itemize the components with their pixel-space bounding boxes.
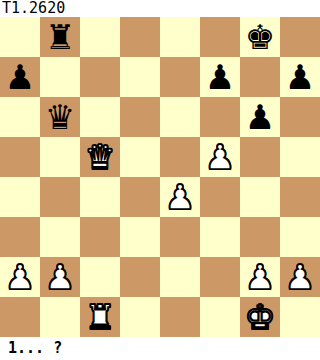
square-f4[interactable] bbox=[200, 177, 240, 217]
square-e1[interactable] bbox=[160, 297, 200, 337]
square-a2[interactable]: ♟ bbox=[0, 257, 40, 297]
chess-diagram-window: T1.2620 ♜♚♟♟♟♛♟♛♟♟♟♟♟♟♜♚ 1... ? bbox=[0, 0, 320, 360]
piece-white-pawn[interactable]: ♟ bbox=[45, 257, 75, 297]
piece-black-pawn[interactable]: ♟ bbox=[205, 57, 235, 97]
square-d1[interactable] bbox=[120, 297, 160, 337]
square-g6[interactable]: ♟ bbox=[240, 97, 280, 137]
square-g4[interactable] bbox=[240, 177, 280, 217]
piece-black-king[interactable]: ♚ bbox=[245, 17, 275, 57]
square-e6[interactable] bbox=[160, 97, 200, 137]
square-g3[interactable] bbox=[240, 217, 280, 257]
piece-black-pawn[interactable]: ♟ bbox=[5, 57, 35, 97]
square-h8[interactable] bbox=[280, 17, 320, 57]
square-g1[interactable]: ♚ bbox=[240, 297, 280, 337]
square-c3[interactable] bbox=[80, 217, 120, 257]
square-d4[interactable] bbox=[120, 177, 160, 217]
piece-white-pawn[interactable]: ♟ bbox=[5, 257, 35, 297]
square-f8[interactable] bbox=[200, 17, 240, 57]
square-g5[interactable] bbox=[240, 137, 280, 177]
square-b8[interactable]: ♜ bbox=[40, 17, 80, 57]
square-e8[interactable] bbox=[160, 17, 200, 57]
square-a3[interactable] bbox=[0, 217, 40, 257]
square-e7[interactable] bbox=[160, 57, 200, 97]
square-a8[interactable] bbox=[0, 17, 40, 57]
square-h3[interactable] bbox=[280, 217, 320, 257]
square-h4[interactable] bbox=[280, 177, 320, 217]
square-b5[interactable] bbox=[40, 137, 80, 177]
square-a6[interactable] bbox=[0, 97, 40, 137]
piece-white-pawn[interactable]: ♟ bbox=[205, 137, 235, 177]
square-g2[interactable]: ♟ bbox=[240, 257, 280, 297]
square-d3[interactable] bbox=[120, 217, 160, 257]
square-b4[interactable] bbox=[40, 177, 80, 217]
square-g7[interactable] bbox=[240, 57, 280, 97]
piece-black-pawn[interactable]: ♟ bbox=[285, 57, 315, 97]
square-h1[interactable] bbox=[280, 297, 320, 337]
piece-white-rook[interactable]: ♜ bbox=[85, 297, 115, 337]
square-a5[interactable] bbox=[0, 137, 40, 177]
move-prompt: 1... ? bbox=[0, 337, 320, 360]
chess-board: ♜♚♟♟♟♛♟♛♟♟♟♟♟♟♜♚ bbox=[0, 17, 320, 337]
piece-white-pawn[interactable]: ♟ bbox=[165, 177, 195, 217]
square-g8[interactable]: ♚ bbox=[240, 17, 280, 57]
square-b7[interactable] bbox=[40, 57, 80, 97]
square-a7[interactable]: ♟ bbox=[0, 57, 40, 97]
square-b1[interactable] bbox=[40, 297, 80, 337]
square-a1[interactable] bbox=[0, 297, 40, 337]
square-e2[interactable] bbox=[160, 257, 200, 297]
piece-white-pawn[interactable]: ♟ bbox=[285, 257, 315, 297]
square-b6[interactable]: ♛ bbox=[40, 97, 80, 137]
square-b3[interactable] bbox=[40, 217, 80, 257]
square-h7[interactable]: ♟ bbox=[280, 57, 320, 97]
square-d6[interactable] bbox=[120, 97, 160, 137]
square-h2[interactable]: ♟ bbox=[280, 257, 320, 297]
piece-white-king[interactable]: ♚ bbox=[245, 297, 275, 337]
square-e5[interactable] bbox=[160, 137, 200, 177]
piece-white-queen[interactable]: ♛ bbox=[85, 137, 115, 177]
piece-black-queen[interactable]: ♛ bbox=[45, 97, 75, 137]
square-h5[interactable] bbox=[280, 137, 320, 177]
square-f6[interactable] bbox=[200, 97, 240, 137]
square-d8[interactable] bbox=[120, 17, 160, 57]
piece-white-pawn[interactable]: ♟ bbox=[245, 257, 275, 297]
square-d2[interactable] bbox=[120, 257, 160, 297]
square-c4[interactable] bbox=[80, 177, 120, 217]
square-c5[interactable]: ♛ bbox=[80, 137, 120, 177]
square-f5[interactable]: ♟ bbox=[200, 137, 240, 177]
square-f2[interactable] bbox=[200, 257, 240, 297]
square-f1[interactable] bbox=[200, 297, 240, 337]
square-b2[interactable]: ♟ bbox=[40, 257, 80, 297]
square-c6[interactable] bbox=[80, 97, 120, 137]
piece-black-rook[interactable]: ♜ bbox=[45, 17, 75, 57]
square-c8[interactable] bbox=[80, 17, 120, 57]
square-f7[interactable]: ♟ bbox=[200, 57, 240, 97]
puzzle-title: T1.2620 bbox=[0, 0, 320, 17]
piece-black-pawn[interactable]: ♟ bbox=[245, 97, 275, 137]
square-d5[interactable] bbox=[120, 137, 160, 177]
square-e4[interactable]: ♟ bbox=[160, 177, 200, 217]
square-c1[interactable]: ♜ bbox=[80, 297, 120, 337]
square-c2[interactable] bbox=[80, 257, 120, 297]
square-h6[interactable] bbox=[280, 97, 320, 137]
square-a4[interactable] bbox=[0, 177, 40, 217]
square-e3[interactable] bbox=[160, 217, 200, 257]
square-f3[interactable] bbox=[200, 217, 240, 257]
square-c7[interactable] bbox=[80, 57, 120, 97]
square-d7[interactable] bbox=[120, 57, 160, 97]
